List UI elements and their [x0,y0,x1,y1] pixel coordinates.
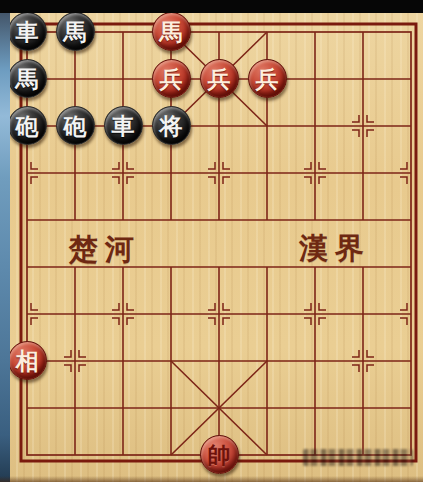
piece-red-elephant-1[interactable]: 相 [8,341,47,380]
piece-label: 将 [160,114,183,137]
piece-label: 相 [16,349,39,372]
piece-red-soldier-1[interactable]: 兵 [152,59,191,98]
piece-label: 兵 [256,67,279,90]
piece-label: 帥 [208,443,231,466]
piece-black-chariot-2[interactable]: 車 [104,106,143,145]
piece-label: 車 [112,114,135,137]
piece-label: 馬 [16,67,39,90]
piece-red-soldier-3[interactable]: 兵 [248,59,287,98]
watermark [303,449,413,466]
piece-red-soldier-2[interactable]: 兵 [200,59,239,98]
piece-black-cannon-1[interactable]: 砲 [8,106,47,145]
piece-red-general[interactable]: 帥 [200,435,239,474]
board-bottom-shadow [0,476,423,482]
xiangqi-board[interactable]: 車馬馬馬兵兵兵砲砲車将相帥 [3,8,423,478]
piece-black-cannon-2[interactable]: 砲 [56,106,95,145]
game-window: 楚河 漢界 車馬馬馬兵兵兵砲砲車将相帥 [0,0,423,482]
piece-black-chariot-1[interactable]: 車 [8,12,47,51]
piece-label: 砲 [64,114,87,137]
piece-label: 車 [16,20,39,43]
piece-label: 兵 [160,67,183,90]
piece-black-general[interactable]: 将 [152,106,191,145]
piece-label: 兵 [208,67,231,90]
piece-black-horse-1[interactable]: 馬 [56,12,95,51]
window-edge-strip [0,13,10,482]
piece-label: 砲 [16,114,39,137]
piece-label: 馬 [160,20,183,43]
piece-red-horse-1[interactable]: 馬 [152,12,191,51]
piece-black-horse-2[interactable]: 馬 [8,59,47,98]
piece-label: 馬 [64,20,87,43]
top-black-bar [0,0,423,13]
